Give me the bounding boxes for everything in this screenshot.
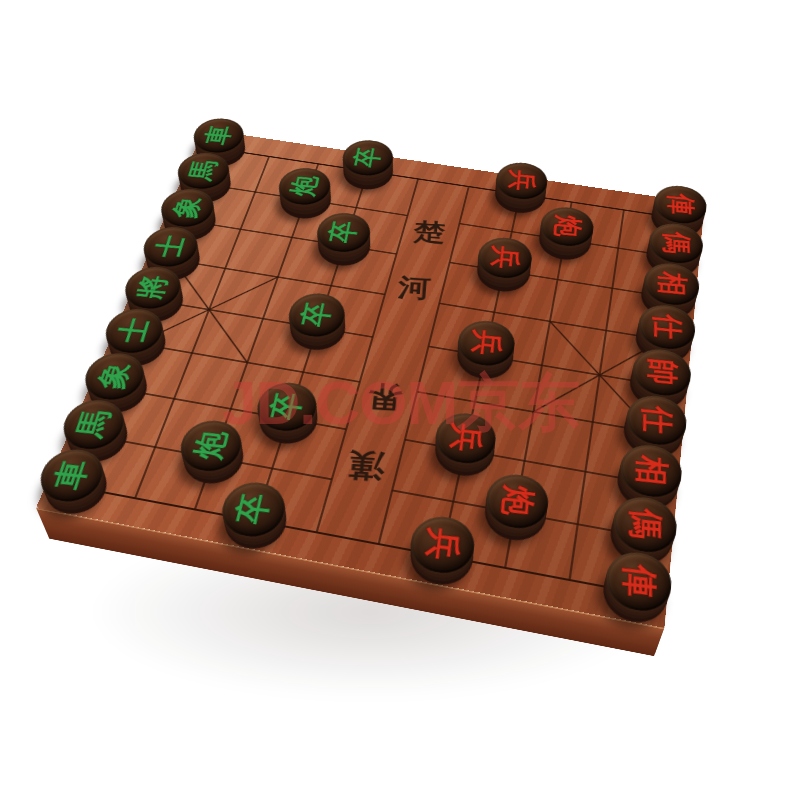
piece-character: 俥 (613, 562, 663, 600)
piece-character: 兵 (483, 244, 526, 270)
piece-character: 士 (109, 316, 158, 344)
piece-character: 炮 (546, 214, 587, 239)
piece-character: 仕 (633, 404, 679, 436)
piece-character: 卒 (226, 491, 279, 526)
piece-character: 炮 (282, 174, 325, 198)
piece-character: 兵 (500, 169, 541, 193)
piece-character: 傌 (655, 230, 696, 256)
piece-character: 炮 (184, 429, 236, 462)
piece-character: 相 (650, 270, 692, 297)
piece-character: 車 (43, 458, 98, 492)
river-label-han: 漢 (340, 445, 391, 488)
piece-character: 炮 (491, 483, 540, 518)
piece-character: 象 (88, 361, 139, 391)
product-photo-scene: 楚 河 界 漢 車馬象士將士象馬車炮炮卒卒卒卒卒兵兵兵兵兵炮炮俥傌相仕帥仕相傌俥… (0, 0, 800, 800)
piece-character: 卒 (321, 219, 365, 244)
piece-character: 帥 (639, 357, 683, 387)
river-label-chu: 楚 (407, 216, 450, 248)
piece-character: 兵 (440, 421, 488, 453)
piece-character: 馬 (181, 159, 225, 182)
piece-character: 車 (196, 124, 239, 146)
piece-character: 士 (146, 233, 192, 259)
piece-character: 卒 (261, 391, 311, 422)
xiangqi-board: 楚 河 界 漢 車馬象士將士象馬車炮炮卒卒卒卒卒兵兵兵兵兵炮炮俥傌相仕帥仕相傌俥 (35, 129, 704, 628)
piece-character: 相 (627, 453, 674, 487)
piece-character: 傌 (620, 506, 668, 542)
piece-character: 仕 (644, 312, 687, 340)
piece-character: 將 (128, 274, 176, 301)
piece-character: 象 (164, 195, 209, 219)
river-label-jie: 界 (360, 378, 409, 418)
piece-character: 馬 (66, 408, 119, 440)
piece-character: 兵 (416, 526, 468, 562)
piece-character: 卒 (292, 300, 339, 328)
piece-character: 俥 (660, 192, 700, 216)
piece-character: 兵 (463, 328, 508, 357)
river-label-he: 河 (391, 271, 436, 306)
piece-character: 卒 (346, 146, 388, 169)
